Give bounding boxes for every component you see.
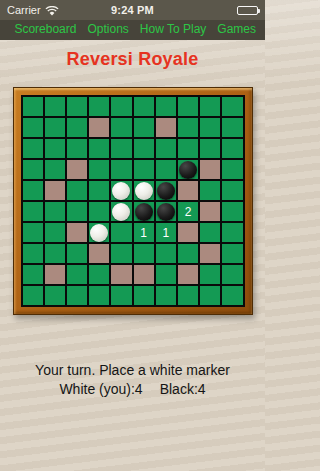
board-cell-r3c4[interactable] bbox=[89, 139, 109, 158]
board-cell-r3c7[interactable] bbox=[156, 139, 176, 158]
board-cell-r8c9[interactable] bbox=[200, 244, 220, 263]
board-cell-r9c9[interactable] bbox=[200, 265, 220, 284]
board-cell-r7c4[interactable] bbox=[89, 223, 109, 242]
board-frame: 211 bbox=[13, 87, 253, 315]
board-cell-r5c10[interactable] bbox=[222, 181, 242, 200]
board-cell-r7c10[interactable] bbox=[222, 223, 242, 242]
board-cell-r6c2[interactable] bbox=[45, 202, 65, 221]
board-cell-r2c5[interactable] bbox=[111, 118, 131, 137]
page-title: Reversi Royale bbox=[0, 49, 265, 70]
black-disc bbox=[157, 203, 175, 221]
white-disc bbox=[135, 182, 153, 200]
board-cell-r8c3[interactable] bbox=[67, 244, 87, 263]
board-cell-r10c7[interactable] bbox=[156, 286, 176, 305]
board-cell-r7c2[interactable] bbox=[45, 223, 65, 242]
board-cell-r9c6[interactable] bbox=[134, 265, 154, 284]
board-cell-r3c5[interactable] bbox=[111, 139, 131, 158]
board-cell-r5c9[interactable] bbox=[200, 181, 220, 200]
black-disc bbox=[135, 203, 153, 221]
board-cell-r7c8[interactable] bbox=[178, 223, 198, 242]
board-cell-r6c6[interactable] bbox=[134, 202, 154, 221]
board-cell-r6c5[interactable] bbox=[111, 202, 131, 221]
menu-bar: Scoreboard Options How To Play Games bbox=[0, 20, 265, 40]
board-cell-r6c10[interactable] bbox=[222, 202, 242, 221]
board-cell-r8c7[interactable] bbox=[156, 244, 176, 263]
board-cell-r4c7[interactable] bbox=[156, 160, 176, 179]
board-cell-r5c4[interactable] bbox=[89, 181, 109, 200]
board-cell-r8c6[interactable] bbox=[134, 244, 154, 263]
board-cell-r4c1[interactable] bbox=[23, 160, 43, 179]
score-line: White (you):4 Black:4 bbox=[0, 381, 265, 397]
board-cell-r5c7[interactable] bbox=[156, 181, 176, 200]
board-cell-r1c3[interactable] bbox=[67, 97, 87, 116]
flip-count-hint: 1 bbox=[140, 227, 147, 239]
board-cell-r3c10[interactable] bbox=[222, 139, 242, 158]
board-cell-r2c10[interactable] bbox=[222, 118, 242, 137]
white-disc bbox=[112, 203, 130, 221]
board-cell-r3c9[interactable] bbox=[200, 139, 220, 158]
board-cell-r2c7[interactable] bbox=[156, 118, 176, 137]
status-bar: Carrier 9:24 PM bbox=[0, 0, 265, 20]
board-cell-r2c1[interactable] bbox=[23, 118, 43, 137]
board-cell-r7c7[interactable]: 1 bbox=[156, 223, 176, 242]
board-cell-r4c4[interactable] bbox=[89, 160, 109, 179]
board-cell-r10c10[interactable] bbox=[222, 286, 242, 305]
board-cell-r4c2[interactable] bbox=[45, 160, 65, 179]
board-cell-r3c6[interactable] bbox=[134, 139, 154, 158]
board-cell-r8c2[interactable] bbox=[45, 244, 65, 263]
board-cell-r9c8[interactable] bbox=[178, 265, 198, 284]
board-cell-r2c9[interactable] bbox=[200, 118, 220, 137]
flip-count-hint: 2 bbox=[185, 206, 192, 218]
board-cell-r8c8[interactable] bbox=[178, 244, 198, 263]
board-cell-r6c4[interactable] bbox=[89, 202, 109, 221]
white-disc bbox=[90, 224, 108, 242]
menu-item-options[interactable]: Options bbox=[87, 22, 128, 36]
board-cell-r5c8[interactable] bbox=[178, 181, 198, 200]
board-cell-r2c2[interactable] bbox=[45, 118, 65, 137]
board-cell-r9c10[interactable] bbox=[222, 265, 242, 284]
board-cell-r6c3[interactable] bbox=[67, 202, 87, 221]
board-cell-r3c2[interactable] bbox=[45, 139, 65, 158]
board-cell-r7c9[interactable] bbox=[200, 223, 220, 242]
board-cell-r2c8[interactable] bbox=[178, 118, 198, 137]
board-cell-r3c8[interactable] bbox=[178, 139, 198, 158]
board-cell-r5c3[interactable] bbox=[67, 181, 87, 200]
board-cell-r4c9[interactable] bbox=[200, 160, 220, 179]
board-cell-r4c8[interactable] bbox=[178, 160, 198, 179]
board-cell-r9c7[interactable] bbox=[156, 265, 176, 284]
board-cell-r10c3[interactable] bbox=[67, 286, 87, 305]
board-cell-r9c1[interactable] bbox=[23, 265, 43, 284]
board-cell-r1c5[interactable] bbox=[111, 97, 131, 116]
board-cell-r9c4[interactable] bbox=[89, 265, 109, 284]
black-disc bbox=[179, 161, 197, 179]
board-cell-r1c9[interactable] bbox=[200, 97, 220, 116]
menu-item-games[interactable]: Games bbox=[217, 22, 256, 36]
board-cell-r5c5[interactable] bbox=[111, 181, 131, 200]
board-cell-r9c5[interactable] bbox=[111, 265, 131, 284]
board-cell-r4c6[interactable] bbox=[134, 160, 154, 179]
board-cell-r3c1[interactable] bbox=[23, 139, 43, 158]
board-cell-r7c6[interactable]: 1 bbox=[134, 223, 154, 242]
board-cell-r4c5[interactable] bbox=[111, 160, 131, 179]
reversi-board: 211 bbox=[21, 95, 245, 307]
board-cell-r2c6[interactable] bbox=[134, 118, 154, 137]
board-cell-r5c1[interactable] bbox=[23, 181, 43, 200]
board-cell-r10c8[interactable] bbox=[178, 286, 198, 305]
menu-item-scoreboard[interactable]: Scoreboard bbox=[14, 22, 76, 36]
board-cell-r10c4[interactable] bbox=[89, 286, 109, 305]
board-cell-r4c10[interactable] bbox=[222, 160, 242, 179]
board-cell-r6c8[interactable]: 2 bbox=[178, 202, 198, 221]
board-cell-r1c7[interactable] bbox=[156, 97, 176, 116]
board-cell-r2c3[interactable] bbox=[67, 118, 87, 137]
white-disc bbox=[112, 182, 130, 200]
black-score: Black:4 bbox=[160, 381, 206, 397]
board-cell-r2c4[interactable] bbox=[89, 118, 109, 137]
board-cell-r10c2[interactable] bbox=[45, 286, 65, 305]
board-cell-r9c3[interactable] bbox=[67, 265, 87, 284]
board-cell-r6c7[interactable] bbox=[156, 202, 176, 221]
board-cell-r4c3[interactable] bbox=[67, 160, 87, 179]
battery-icon bbox=[237, 6, 258, 15]
board-cell-r1c10[interactable] bbox=[222, 97, 242, 116]
clock: 9:24 PM bbox=[0, 4, 265, 16]
board-cell-r3c3[interactable] bbox=[67, 139, 87, 158]
board-cell-r7c1[interactable] bbox=[23, 223, 43, 242]
board-cell-r9c2[interactable] bbox=[45, 265, 65, 284]
board-cell-r8c1[interactable] bbox=[23, 244, 43, 263]
status-message: Your turn. Place a white marker White (y… bbox=[0, 362, 265, 397]
board-cell-r8c4[interactable] bbox=[89, 244, 109, 263]
board-cell-r5c2[interactable] bbox=[45, 181, 65, 200]
board-cell-r7c3[interactable] bbox=[67, 223, 87, 242]
white-score: White (you):4 bbox=[59, 381, 142, 397]
board-cell-r8c5[interactable] bbox=[111, 244, 131, 263]
board-cell-r7c5[interactable] bbox=[111, 223, 131, 242]
board-cell-r10c1[interactable] bbox=[23, 286, 43, 305]
board-cell-r1c6[interactable] bbox=[134, 97, 154, 116]
board-cell-r10c6[interactable] bbox=[134, 286, 154, 305]
board-cell-r1c2[interactable] bbox=[45, 97, 65, 116]
board-cell-r6c9[interactable] bbox=[200, 202, 220, 221]
turn-message: Your turn. Place a white marker bbox=[0, 362, 265, 378]
board-cell-r8c10[interactable] bbox=[222, 244, 242, 263]
board-cell-r6c1[interactable] bbox=[23, 202, 43, 221]
board-cell-r1c8[interactable] bbox=[178, 97, 198, 116]
board-cell-r1c4[interactable] bbox=[89, 97, 109, 116]
board-cell-r1c1[interactable] bbox=[23, 97, 43, 116]
menu-item-how-to-play[interactable]: How To Play bbox=[140, 22, 206, 36]
board-cell-r10c5[interactable] bbox=[111, 286, 131, 305]
black-disc bbox=[157, 182, 175, 200]
board-cell-r10c9[interactable] bbox=[200, 286, 220, 305]
flip-count-hint: 1 bbox=[162, 227, 169, 239]
board-cell-r5c6[interactable] bbox=[134, 181, 154, 200]
